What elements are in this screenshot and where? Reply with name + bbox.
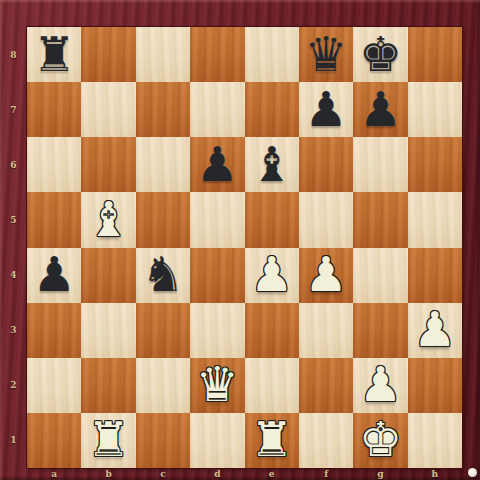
square-c4[interactable]: ♞ — [136, 248, 190, 303]
square-a4[interactable]: ♟ — [27, 248, 81, 303]
square-f2[interactable] — [299, 358, 353, 413]
square-f3[interactable] — [299, 303, 353, 358]
square-d2[interactable]: ♛ — [190, 358, 244, 413]
rank-label-4: 4 — [0, 248, 27, 303]
white-queen-piece[interactable]: ♛ — [196, 360, 239, 408]
black-pawn-piece[interactable]: ♟ — [33, 250, 76, 298]
white-bishop-piece[interactable]: ♝ — [87, 195, 130, 243]
square-e7[interactable] — [245, 82, 299, 137]
rank-label-2: 2 — [0, 358, 27, 413]
square-a2[interactable] — [27, 358, 81, 413]
chess-board-frame: 87654321 ♜♛♚♟♟♟♝♝♟♞♟♟♟♛♟♜♜♚ abcdefgh — [0, 0, 480, 480]
square-a3[interactable] — [27, 303, 81, 358]
square-e4[interactable]: ♟ — [245, 248, 299, 303]
square-d3[interactable] — [190, 303, 244, 358]
rank-label-5: 5 — [0, 192, 27, 247]
white-rook-piece[interactable]: ♜ — [250, 415, 293, 463]
black-pawn-piece[interactable]: ♟ — [359, 85, 402, 133]
square-a1[interactable] — [27, 413, 81, 468]
square-f8[interactable]: ♛ — [299, 27, 353, 82]
square-c7[interactable] — [136, 82, 190, 137]
square-h3[interactable]: ♟ — [408, 303, 462, 358]
square-f5[interactable] — [299, 192, 353, 247]
black-rook-piece[interactable]: ♜ — [33, 30, 76, 78]
white-pawn-piece[interactable]: ♟ — [359, 360, 402, 408]
file-label-e: e — [245, 468, 299, 480]
square-b2[interactable] — [81, 358, 135, 413]
white-pawn-piece[interactable]: ♟ — [413, 305, 456, 353]
square-c1[interactable] — [136, 413, 190, 468]
white-king-piece[interactable]: ♚ — [359, 415, 402, 463]
square-d7[interactable] — [190, 82, 244, 137]
square-e2[interactable] — [245, 358, 299, 413]
square-h2[interactable] — [408, 358, 462, 413]
square-c6[interactable] — [136, 137, 190, 192]
square-a8[interactable]: ♜ — [27, 27, 81, 82]
square-d4[interactable] — [190, 248, 244, 303]
black-pawn-piece[interactable]: ♟ — [305, 85, 348, 133]
square-b8[interactable] — [81, 27, 135, 82]
file-label-a: a — [27, 468, 81, 480]
black-knight-piece[interactable]: ♞ — [141, 250, 184, 298]
square-d6[interactable]: ♟ — [190, 137, 244, 192]
square-g8[interactable]: ♚ — [353, 27, 407, 82]
black-bishop-piece[interactable]: ♝ — [250, 140, 293, 188]
square-d8[interactable] — [190, 27, 244, 82]
white-pawn-piece[interactable]: ♟ — [305, 250, 348, 298]
file-label-c: c — [136, 468, 190, 480]
square-c8[interactable] — [136, 27, 190, 82]
white-pawn-piece[interactable]: ♟ — [250, 250, 293, 298]
square-a7[interactable] — [27, 82, 81, 137]
rank-label-7: 7 — [0, 82, 27, 137]
square-f4[interactable]: ♟ — [299, 248, 353, 303]
square-g2[interactable]: ♟ — [353, 358, 407, 413]
square-d1[interactable] — [190, 413, 244, 468]
square-b6[interactable] — [81, 137, 135, 192]
square-h1[interactable] — [408, 413, 462, 468]
file-label-d: d — [190, 468, 244, 480]
rank-label-6: 6 — [0, 137, 27, 192]
file-labels: abcdefgh — [27, 468, 462, 480]
square-f1[interactable] — [299, 413, 353, 468]
square-g4[interactable] — [353, 248, 407, 303]
square-e6[interactable]: ♝ — [245, 137, 299, 192]
square-d5[interactable] — [190, 192, 244, 247]
square-e3[interactable] — [245, 303, 299, 358]
square-e8[interactable] — [245, 27, 299, 82]
square-h4[interactable] — [408, 248, 462, 303]
file-label-b: b — [81, 468, 135, 480]
square-g3[interactable] — [353, 303, 407, 358]
square-c5[interactable] — [136, 192, 190, 247]
square-c2[interactable] — [136, 358, 190, 413]
board: ♜♛♚♟♟♟♝♝♟♞♟♟♟♛♟♜♜♚ — [27, 27, 462, 468]
square-e5[interactable] — [245, 192, 299, 247]
rank-label-8: 8 — [0, 27, 27, 82]
square-b4[interactable] — [81, 248, 135, 303]
black-pawn-piece[interactable]: ♟ — [196, 140, 239, 188]
square-g1[interactable]: ♚ — [353, 413, 407, 468]
square-b5[interactable]: ♝ — [81, 192, 135, 247]
square-g7[interactable]: ♟ — [353, 82, 407, 137]
square-b7[interactable] — [81, 82, 135, 137]
square-a6[interactable] — [27, 137, 81, 192]
black-queen-piece[interactable]: ♛ — [305, 30, 348, 78]
square-b1[interactable]: ♜ — [81, 413, 135, 468]
rank-label-3: 3 — [0, 303, 27, 358]
square-g6[interactable] — [353, 137, 407, 192]
black-king-piece[interactable]: ♚ — [359, 30, 402, 78]
square-c3[interactable] — [136, 303, 190, 358]
square-f7[interactable]: ♟ — [299, 82, 353, 137]
square-a5[interactable] — [27, 192, 81, 247]
file-label-f: f — [299, 468, 353, 480]
square-f6[interactable] — [299, 137, 353, 192]
square-e1[interactable]: ♜ — [245, 413, 299, 468]
white-to-move-indicator — [468, 468, 477, 477]
square-h8[interactable] — [408, 27, 462, 82]
rank-label-1: 1 — [0, 413, 27, 468]
square-g5[interactable] — [353, 192, 407, 247]
square-h5[interactable] — [408, 192, 462, 247]
rank-labels: 87654321 — [0, 27, 27, 468]
white-rook-piece[interactable]: ♜ — [87, 415, 130, 463]
file-label-g: g — [353, 468, 407, 480]
square-h6[interactable] — [408, 137, 462, 192]
file-label-h: h — [408, 468, 462, 480]
square-b3[interactable] — [81, 303, 135, 358]
square-h7[interactable] — [408, 82, 462, 137]
